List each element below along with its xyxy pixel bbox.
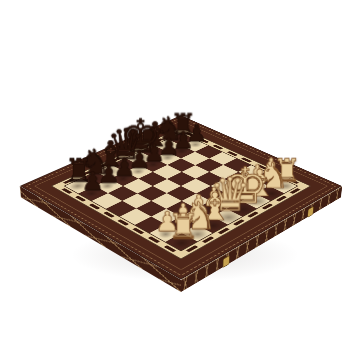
square-a4: [120, 209, 151, 225]
square-e1: [226, 201, 256, 217]
square-b6: [108, 186, 137, 201]
border-marker: [103, 211, 114, 217]
board-border-strip: [51, 128, 311, 260]
square-d2: [196, 201, 226, 217]
square-a2: [150, 225, 181, 242]
square-b3: [150, 209, 181, 225]
square-b2: [166, 217, 197, 234]
square-a6: [92, 193, 122, 208]
square-a1: [165, 233, 197, 250]
border-marker: [289, 188, 300, 194]
scene: ♜♞♝♛♚♝♞♜♟♟♟♟♟♟♟♟♟♟♟♟♟♟♟♟♜♞♝♛♚♝♞♜: [67, 72, 295, 300]
square-a5: [106, 201, 136, 217]
square-e2: [211, 193, 241, 208]
square-b5: [122, 193, 152, 208]
border-marker: [75, 196, 86, 202]
square-f1: [240, 193, 270, 208]
square-d1: [212, 209, 243, 225]
square-f2: [225, 186, 254, 201]
chess-board: [20, 115, 342, 279]
border-marker: [247, 211, 258, 217]
border-marker: [262, 203, 273, 209]
border-marker: [233, 219, 245, 225]
border-marker: [62, 188, 73, 194]
square-a7: [78, 186, 107, 201]
square-d4: [166, 186, 195, 201]
border-marker: [276, 196, 287, 202]
square-b1: [181, 225, 212, 242]
border-marker: [202, 236, 214, 243]
border-marker: [186, 245, 198, 252]
border-marker: [118, 219, 130, 225]
square-c5: [137, 186, 166, 201]
square-c1: [196, 217, 227, 234]
chess-set-photo: ♜♞♝♛♚♝♞♜♟♟♟♟♟♟♟♟♟♟♟♟♟♟♟♟♜♞♝♛♚♝♞♜: [0, 0, 352, 352]
board-frame: [20, 115, 342, 279]
border-marker: [148, 236, 160, 243]
square-b4: [136, 201, 166, 217]
brass-clasp-icon: [307, 206, 313, 218]
border-marker: [89, 203, 100, 209]
border-marker: [132, 228, 144, 235]
square-a3: [135, 217, 166, 234]
square-g1: [254, 186, 283, 201]
square-c3: [166, 201, 196, 217]
border-marker: [218, 228, 230, 235]
border-marker: [164, 245, 176, 252]
square-d3: [181, 193, 211, 208]
square-c4: [151, 193, 181, 208]
square-e3: [196, 186, 225, 201]
square-c2: [181, 209, 212, 225]
brass-clasp-icon: [223, 255, 230, 268]
